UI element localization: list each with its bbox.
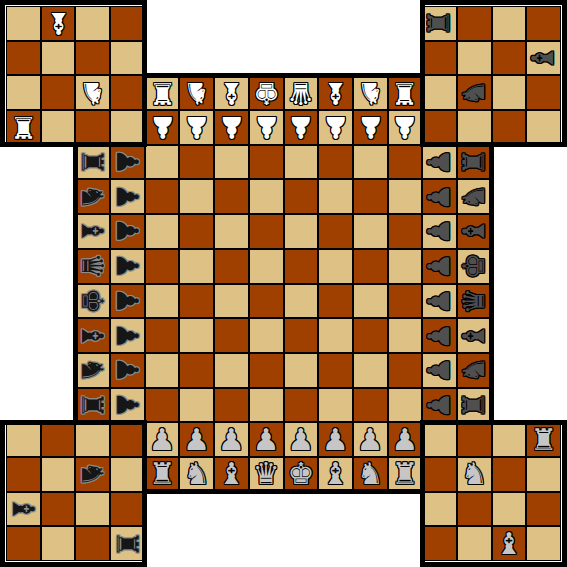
square-r10c11-cross[interactable] bbox=[388, 353, 423, 388]
square-r3c12-corner-tr[interactable] bbox=[422, 110, 457, 145]
square-r15c1-corner-bl[interactable] bbox=[41, 526, 76, 561]
piece-black-pawn[interactable]: ♟ bbox=[112, 253, 142, 280]
square-r6c10-cross[interactable] bbox=[353, 214, 388, 249]
piece-white-knight[interactable]: ♞ bbox=[183, 78, 210, 108]
piece-silver-pawn[interactable]: ♟ bbox=[322, 425, 349, 455]
square-r11c12-cross[interactable]: ♟ bbox=[422, 388, 457, 423]
piece-gray-king[interactable]: ♚ bbox=[459, 253, 489, 280]
square-r8c12-cross[interactable]: ♟ bbox=[422, 284, 457, 319]
square-r3c3-corner-tl[interactable] bbox=[110, 110, 145, 145]
piece-silver-pawn[interactable]: ♟ bbox=[357, 425, 384, 455]
square-r11c9-cross[interactable] bbox=[318, 388, 353, 423]
piece-silver-knight[interactable]: ♞ bbox=[461, 459, 488, 489]
square-r10c4-cross[interactable] bbox=[145, 353, 180, 388]
square-r12c2-corner-bl[interactable] bbox=[75, 422, 110, 457]
piece-white-bishop[interactable]: ♝ bbox=[322, 78, 349, 108]
square-r4c7-cross[interactable] bbox=[249, 145, 284, 180]
square-r7c8-cross[interactable] bbox=[284, 249, 319, 284]
square-r3c10-cross[interactable]: ♟ bbox=[353, 110, 388, 145]
square-r1c3-corner-tl[interactable] bbox=[110, 41, 145, 76]
piece-silver-king[interactable]: ♚ bbox=[287, 459, 314, 489]
piece-silver-bishop[interactable]: ♝ bbox=[218, 459, 245, 489]
piece-black-pawn[interactable]: ♟ bbox=[112, 357, 142, 384]
square-r2c3-corner-tl[interactable] bbox=[110, 75, 145, 110]
square-r8c13-cross[interactable]: ♛ bbox=[457, 284, 492, 319]
square-r3c11-cross[interactable]: ♟ bbox=[388, 110, 423, 145]
square-r10c10-cross[interactable] bbox=[353, 353, 388, 388]
square-r3c6-cross[interactable]: ♟ bbox=[214, 110, 249, 145]
square-r9c12-cross[interactable]: ♟ bbox=[422, 318, 457, 353]
square-r4c12-cross[interactable]: ♟ bbox=[422, 145, 457, 180]
square-r13c1-corner-bl[interactable] bbox=[41, 457, 76, 492]
square-r7c10-cross[interactable] bbox=[353, 249, 388, 284]
square-r10c12-cross[interactable]: ♟ bbox=[422, 353, 457, 388]
square-r5c6-cross[interactable] bbox=[214, 179, 249, 214]
piece-black-pawn[interactable]: ♟ bbox=[112, 149, 142, 176]
piece-white-knight[interactable]: ♞ bbox=[357, 78, 384, 108]
square-r1c2-corner-tl[interactable] bbox=[75, 41, 110, 76]
square-r8c6-cross[interactable] bbox=[214, 284, 249, 319]
square-r7c5-cross[interactable] bbox=[179, 249, 214, 284]
piece-silver-pawn[interactable]: ♟ bbox=[218, 425, 245, 455]
piece-silver-pawn[interactable]: ♟ bbox=[183, 425, 210, 455]
piece-silver-knight[interactable]: ♞ bbox=[183, 459, 210, 489]
square-r12c14-corner-br[interactable] bbox=[492, 422, 527, 457]
piece-black-rook[interactable]: ♜ bbox=[78, 391, 108, 418]
piece-gray-queen[interactable]: ♛ bbox=[459, 287, 489, 314]
piece-black-king[interactable]: ♚ bbox=[78, 287, 108, 314]
square-r3c0-corner-tl[interactable]: ♜ bbox=[6, 110, 41, 145]
square-r13c4-cross[interactable]: ♜ bbox=[145, 457, 180, 492]
square-r15c0-corner-bl[interactable] bbox=[6, 526, 41, 561]
piece-white-pawn[interactable]: ♟ bbox=[287, 112, 314, 142]
square-r15c14-corner-br[interactable]: ♝ bbox=[492, 526, 527, 561]
square-r3c7-cross[interactable]: ♟ bbox=[249, 110, 284, 145]
piece-gray-pawn[interactable]: ♟ bbox=[425, 218, 455, 245]
square-r3c8-cross[interactable]: ♟ bbox=[284, 110, 319, 145]
square-r12c8-cross[interactable]: ♟ bbox=[284, 422, 319, 457]
square-r12c12-corner-br[interactable] bbox=[422, 422, 457, 457]
square-r13c6-cross[interactable]: ♝ bbox=[214, 457, 249, 492]
square-r11c8-cross[interactable] bbox=[284, 388, 319, 423]
square-r2c11-cross[interactable]: ♜ bbox=[388, 75, 423, 110]
square-r10c6-cross[interactable] bbox=[214, 353, 249, 388]
board-border-segment bbox=[420, 142, 567, 147]
square-r6c12-cross[interactable]: ♟ bbox=[422, 214, 457, 249]
square-r12c11-cross[interactable]: ♟ bbox=[388, 422, 423, 457]
square-r14c15-corner-br[interactable] bbox=[526, 492, 561, 527]
square-r5c3-cross[interactable]: ♟ bbox=[110, 179, 145, 214]
piece-white-pawn[interactable]: ♟ bbox=[183, 112, 210, 142]
square-r9c9-cross[interactable] bbox=[318, 318, 353, 353]
square-r13c12-corner-br[interactable] bbox=[422, 457, 457, 492]
square-r14c0-corner-bl[interactable]: ♝ bbox=[6, 492, 41, 527]
square-r11c13-cross[interactable]: ♜ bbox=[457, 388, 492, 423]
square-r6c5-cross[interactable] bbox=[179, 214, 214, 249]
piece-black-pawn[interactable]: ♟ bbox=[112, 391, 142, 418]
square-r3c2-corner-tl[interactable] bbox=[75, 110, 110, 145]
square-r15c2-corner-bl[interactable] bbox=[75, 526, 110, 561]
square-r0c3-corner-tl[interactable] bbox=[110, 6, 145, 41]
square-r6c13-cross[interactable]: ♝ bbox=[457, 214, 492, 249]
square-r13c15-corner-br[interactable] bbox=[526, 457, 561, 492]
square-r13c7-cross[interactable]: ♛ bbox=[249, 457, 284, 492]
square-r8c10-cross[interactable] bbox=[353, 284, 388, 319]
square-r13c3-corner-bl[interactable] bbox=[110, 457, 145, 492]
square-r0c0-corner-tl[interactable] bbox=[6, 6, 41, 41]
square-r13c8-cross[interactable]: ♚ bbox=[284, 457, 319, 492]
square-r12c3-corner-bl[interactable] bbox=[110, 422, 145, 457]
board-border-segment bbox=[0, 562, 147, 567]
square-r5c13-cross[interactable]: ♞ bbox=[457, 179, 492, 214]
square-r2c5-cross[interactable]: ♞ bbox=[179, 75, 214, 110]
piece-silver-rook[interactable]: ♜ bbox=[391, 459, 418, 489]
square-r9c8-cross[interactable] bbox=[284, 318, 319, 353]
square-r11c3-cross[interactable]: ♟ bbox=[110, 388, 145, 423]
piece-gray-pawn[interactable]: ♟ bbox=[425, 357, 455, 384]
square-r3c14-corner-tr[interactable] bbox=[492, 110, 527, 145]
piece-gray-rook[interactable]: ♜ bbox=[459, 149, 489, 176]
piece-gray-pawn[interactable]: ♟ bbox=[425, 322, 455, 349]
piece-gray-pawn[interactable]: ♟ bbox=[425, 287, 455, 314]
square-r2c10-cross[interactable]: ♞ bbox=[353, 75, 388, 110]
piece-gray-pawn[interactable]: ♟ bbox=[425, 391, 455, 418]
piece-black-pawn[interactable]: ♟ bbox=[112, 183, 142, 210]
square-r8c11-cross[interactable] bbox=[388, 284, 423, 319]
piece-gray-bishop[interactable]: ♝ bbox=[459, 322, 489, 349]
square-r14c13-corner-br[interactable] bbox=[457, 492, 492, 527]
square-r4c13-cross[interactable]: ♜ bbox=[457, 145, 492, 180]
piece-white-rook[interactable]: ♜ bbox=[391, 78, 418, 108]
square-r4c2-cross[interactable]: ♜ bbox=[75, 145, 110, 180]
square-r5c12-cross[interactable]: ♟ bbox=[422, 179, 457, 214]
square-r10c7-cross[interactable] bbox=[249, 353, 284, 388]
board-border-segment bbox=[0, 0, 147, 5]
piece-white-pawn[interactable]: ♟ bbox=[391, 112, 418, 142]
square-r8c4-cross[interactable] bbox=[145, 284, 180, 319]
piece-silver-bishop[interactable]: ♝ bbox=[322, 459, 349, 489]
square-r13c9-cross[interactable]: ♝ bbox=[318, 457, 353, 492]
square-r9c2-cross[interactable]: ♝ bbox=[75, 318, 110, 353]
board-border-segment bbox=[0, 420, 5, 567]
square-r7c2-cross[interactable]: ♛ bbox=[75, 249, 110, 284]
square-r9c10-cross[interactable] bbox=[353, 318, 388, 353]
square-r2c12-corner-tr[interactable] bbox=[422, 75, 457, 110]
square-r11c10-cross[interactable] bbox=[353, 388, 388, 423]
square-r4c11-cross[interactable] bbox=[388, 145, 423, 180]
piece-silver-pawn[interactable]: ♟ bbox=[149, 425, 176, 455]
square-r2c7-cross[interactable]: ♚ bbox=[249, 75, 284, 110]
square-r2c15-corner-tr[interactable] bbox=[526, 75, 561, 110]
square-r13c0-corner-bl[interactable] bbox=[6, 457, 41, 492]
piece-silver-rook[interactable]: ♜ bbox=[149, 459, 176, 489]
piece-silver-bishop[interactable]: ♝ bbox=[496, 529, 523, 559]
board-border-segment bbox=[420, 0, 567, 5]
four-player-chess-board: ♝♜♝♞♜♞♝♚♛♝♞♜♞♜♟♟♟♟♟♟♟♟♜♟♟♜♞♟♟♞♝♟♟♝♛♟♟♚♚♟… bbox=[0, 0, 567, 567]
square-r8c8-cross[interactable] bbox=[284, 284, 319, 319]
piece-black-pawn[interactable]: ♟ bbox=[112, 322, 142, 349]
square-r11c5-cross[interactable] bbox=[179, 388, 214, 423]
square-r7c12-cross[interactable]: ♟ bbox=[422, 249, 457, 284]
square-r13c11-cross[interactable]: ♜ bbox=[388, 457, 423, 492]
square-r4c9-cross[interactable] bbox=[318, 145, 353, 180]
square-r2c8-cross[interactable]: ♛ bbox=[284, 75, 319, 110]
square-r6c8-cross[interactable] bbox=[284, 214, 319, 249]
piece-black-queen[interactable]: ♛ bbox=[78, 253, 108, 280]
square-r2c13-corner-tr[interactable]: ♞ bbox=[457, 75, 492, 110]
square-r2c4-cross[interactable]: ♜ bbox=[145, 75, 180, 110]
square-r11c2-cross[interactable]: ♜ bbox=[75, 388, 110, 423]
square-r5c10-cross[interactable] bbox=[353, 179, 388, 214]
square-r9c5-cross[interactable] bbox=[179, 318, 214, 353]
square-r13c5-cross[interactable]: ♞ bbox=[179, 457, 214, 492]
square-r9c6-cross[interactable] bbox=[214, 318, 249, 353]
board-border-segment bbox=[562, 0, 567, 147]
piece-gray-pawn[interactable]: ♟ bbox=[425, 183, 455, 210]
square-r8c9-cross[interactable] bbox=[318, 284, 353, 319]
square-r10c2-cross[interactable]: ♞ bbox=[75, 353, 110, 388]
square-r7c7-cross[interactable] bbox=[249, 249, 284, 284]
square-r11c7-cross[interactable] bbox=[249, 388, 284, 423]
piece-white-rook[interactable]: ♜ bbox=[149, 78, 176, 108]
board-border-segment bbox=[0, 0, 5, 147]
square-r9c11-cross[interactable] bbox=[388, 318, 423, 353]
square-r14c2-corner-bl[interactable] bbox=[75, 492, 110, 527]
square-r12c4-cross[interactable]: ♟ bbox=[145, 422, 180, 457]
piece-white-queen[interactable]: ♛ bbox=[287, 78, 314, 108]
square-r0c1-corner-tl[interactable]: ♝ bbox=[41, 6, 76, 41]
piece-silver-knight[interactable]: ♞ bbox=[357, 459, 384, 489]
square-r2c6-cross[interactable]: ♝ bbox=[214, 75, 249, 110]
square-r6c4-cross[interactable] bbox=[145, 214, 180, 249]
square-r12c15-corner-br[interactable]: ♜ bbox=[526, 422, 561, 457]
square-r7c11-cross[interactable] bbox=[388, 249, 423, 284]
piece-gray-pawn[interactable]: ♟ bbox=[425, 149, 455, 176]
square-r15c12-corner-br[interactable] bbox=[422, 526, 457, 561]
piece-white-bishop[interactable]: ♝ bbox=[45, 8, 72, 38]
square-r13c13-corner-br[interactable]: ♞ bbox=[457, 457, 492, 492]
piece-white-pawn[interactable]: ♟ bbox=[322, 112, 349, 142]
square-r0c13-corner-tr[interactable] bbox=[457, 6, 492, 41]
square-r14c12-corner-br[interactable] bbox=[422, 492, 457, 527]
piece-black-rook[interactable]: ♜ bbox=[112, 530, 142, 557]
square-r4c10-cross[interactable] bbox=[353, 145, 388, 180]
square-r0c14-corner-tr[interactable] bbox=[492, 6, 527, 41]
square-r8c7-cross[interactable] bbox=[249, 284, 284, 319]
square-r3c15-corner-tr[interactable] bbox=[526, 110, 561, 145]
square-r8c3-cross[interactable]: ♟ bbox=[110, 284, 145, 319]
square-r0c15-corner-tr[interactable] bbox=[526, 6, 561, 41]
piece-white-pawn[interactable]: ♟ bbox=[357, 112, 384, 142]
piece-silver-queen[interactable]: ♛ bbox=[253, 459, 280, 489]
piece-black-bishop[interactable]: ♝ bbox=[78, 218, 108, 245]
piece-black-pawn[interactable]: ♟ bbox=[112, 218, 142, 245]
square-r11c11-cross[interactable] bbox=[388, 388, 423, 423]
square-r5c7-cross[interactable] bbox=[249, 179, 284, 214]
piece-gray-knight[interactable]: ♞ bbox=[459, 79, 489, 106]
square-r2c2-corner-tl[interactable]: ♞ bbox=[75, 75, 110, 110]
square-r6c6-cross[interactable] bbox=[214, 214, 249, 249]
square-r3c13-corner-tr[interactable] bbox=[457, 110, 492, 145]
square-r13c10-cross[interactable]: ♞ bbox=[353, 457, 388, 492]
board-border-segment bbox=[142, 0, 147, 147]
square-r3c4-cross[interactable]: ♟ bbox=[145, 110, 180, 145]
square-r0c2-corner-tl[interactable] bbox=[75, 6, 110, 41]
piece-gray-pawn[interactable]: ♟ bbox=[425, 253, 455, 280]
square-r6c9-cross[interactable] bbox=[318, 214, 353, 249]
square-r10c5-cross[interactable] bbox=[179, 353, 214, 388]
piece-white-pawn[interactable]: ♟ bbox=[253, 112, 280, 142]
square-r1c0-corner-tl[interactable] bbox=[6, 41, 41, 76]
square-r4c5-cross[interactable] bbox=[179, 145, 214, 180]
square-r7c3-cross[interactable]: ♟ bbox=[110, 249, 145, 284]
square-r7c9-cross[interactable] bbox=[318, 249, 353, 284]
piece-gray-knight[interactable]: ♞ bbox=[459, 357, 489, 384]
piece-white-pawn[interactable]: ♟ bbox=[149, 112, 176, 142]
square-r6c7-cross[interactable] bbox=[249, 214, 284, 249]
square-r8c5-cross[interactable] bbox=[179, 284, 214, 319]
board-border-segment bbox=[420, 420, 425, 567]
square-r2c1-corner-tl[interactable] bbox=[41, 75, 76, 110]
square-r2c0-corner-tl[interactable] bbox=[6, 75, 41, 110]
piece-black-bishop[interactable]: ♝ bbox=[78, 322, 108, 349]
piece-gray-rook[interactable]: ♜ bbox=[459, 391, 489, 418]
square-r2c9-cross[interactable]: ♝ bbox=[318, 75, 353, 110]
square-r12c9-cross[interactable]: ♟ bbox=[318, 422, 353, 457]
square-r10c9-cross[interactable] bbox=[318, 353, 353, 388]
square-r2c14-corner-tr[interactable] bbox=[492, 75, 527, 110]
square-r12c6-cross[interactable]: ♟ bbox=[214, 422, 249, 457]
board-border-segment bbox=[0, 420, 147, 425]
square-r9c7-cross[interactable] bbox=[249, 318, 284, 353]
piece-gray-rook[interactable]: ♜ bbox=[425, 10, 455, 37]
piece-silver-rook[interactable]: ♜ bbox=[530, 425, 557, 455]
square-r5c4-cross[interactable] bbox=[145, 179, 180, 214]
board-border-segment bbox=[562, 420, 567, 567]
square-r9c13-cross[interactable]: ♝ bbox=[457, 318, 492, 353]
square-r14c3-corner-bl[interactable] bbox=[110, 492, 145, 527]
square-r12c13-corner-br[interactable] bbox=[457, 422, 492, 457]
square-r12c5-cross[interactable]: ♟ bbox=[179, 422, 214, 457]
piece-black-pawn[interactable]: ♟ bbox=[112, 287, 142, 314]
piece-black-knight[interactable]: ♞ bbox=[78, 357, 108, 384]
square-r3c5-cross[interactable]: ♟ bbox=[179, 110, 214, 145]
square-r15c3-corner-bl[interactable]: ♜ bbox=[110, 526, 145, 561]
square-r7c4-cross[interactable] bbox=[145, 249, 180, 284]
square-r3c1-corner-tl[interactable] bbox=[41, 110, 76, 145]
square-r12c1-corner-bl[interactable] bbox=[41, 422, 76, 457]
piece-gray-bishop[interactable]: ♝ bbox=[529, 45, 559, 72]
square-r14c14-corner-br[interactable] bbox=[492, 492, 527, 527]
piece-silver-pawn[interactable]: ♟ bbox=[391, 425, 418, 455]
square-r6c11-cross[interactable] bbox=[388, 214, 423, 249]
square-r10c8-cross[interactable] bbox=[284, 353, 319, 388]
board-border-segment bbox=[420, 562, 567, 567]
square-r10c3-cross[interactable]: ♟ bbox=[110, 353, 145, 388]
square-r12c10-cross[interactable]: ♟ bbox=[353, 422, 388, 457]
square-r5c11-cross[interactable] bbox=[388, 179, 423, 214]
piece-black-knight[interactable]: ♞ bbox=[78, 183, 108, 210]
square-r8c2-cross[interactable]: ♚ bbox=[75, 284, 110, 319]
square-r5c8-cross[interactable] bbox=[284, 179, 319, 214]
square-r7c13-cross[interactable]: ♚ bbox=[457, 249, 492, 284]
square-r1c1-corner-tl[interactable] bbox=[41, 41, 76, 76]
piece-silver-pawn[interactable]: ♟ bbox=[287, 425, 314, 455]
square-r6c3-cross[interactable]: ♟ bbox=[110, 214, 145, 249]
square-r4c8-cross[interactable] bbox=[284, 145, 319, 180]
square-r11c6-cross[interactable] bbox=[214, 388, 249, 423]
piece-white-bishop[interactable]: ♝ bbox=[218, 78, 245, 108]
square-r10c13-cross[interactable]: ♞ bbox=[457, 353, 492, 388]
square-r1c12-corner-tr[interactable] bbox=[422, 41, 457, 76]
piece-white-pawn[interactable]: ♟ bbox=[218, 112, 245, 142]
square-r5c5-cross[interactable] bbox=[179, 179, 214, 214]
square-r4c3-cross[interactable]: ♟ bbox=[110, 145, 145, 180]
square-r12c0-corner-bl[interactable] bbox=[6, 422, 41, 457]
square-r13c14-corner-br[interactable] bbox=[492, 457, 527, 492]
square-r9c3-cross[interactable]: ♟ bbox=[110, 318, 145, 353]
piece-black-bishop[interactable]: ♝ bbox=[8, 496, 38, 523]
square-r1c13-corner-tr[interactable] bbox=[457, 41, 492, 76]
square-r15c13-corner-br[interactable] bbox=[457, 526, 492, 561]
piece-white-rook[interactable]: ♜ bbox=[10, 112, 37, 142]
square-r4c4-cross[interactable] bbox=[145, 145, 180, 180]
square-r6c2-cross[interactable]: ♝ bbox=[75, 214, 110, 249]
square-r13c2-corner-bl[interactable]: ♞ bbox=[75, 457, 110, 492]
square-r0c12-corner-tr[interactable]: ♜ bbox=[422, 6, 457, 41]
square-r7c6-cross[interactable] bbox=[214, 249, 249, 284]
square-r12c7-cross[interactable]: ♟ bbox=[249, 422, 284, 457]
square-r9c4-cross[interactable] bbox=[145, 318, 180, 353]
piece-white-knight[interactable]: ♞ bbox=[79, 78, 106, 108]
square-r1c15-corner-tr[interactable]: ♝ bbox=[526, 41, 561, 76]
piece-black-rook[interactable]: ♜ bbox=[78, 149, 108, 176]
square-r1c14-corner-tr[interactable] bbox=[492, 41, 527, 76]
square-r3c9-cross[interactable]: ♟ bbox=[318, 110, 353, 145]
square-r5c9-cross[interactable] bbox=[318, 179, 353, 214]
piece-gray-knight[interactable]: ♞ bbox=[459, 183, 489, 210]
square-r5c2-cross[interactable]: ♞ bbox=[75, 179, 110, 214]
piece-white-king[interactable]: ♚ bbox=[253, 78, 280, 108]
square-r11c4-cross[interactable] bbox=[145, 388, 180, 423]
square-r14c1-corner-bl[interactable] bbox=[41, 492, 76, 527]
square-r4c6-cross[interactable] bbox=[214, 145, 249, 180]
piece-black-knight[interactable]: ♞ bbox=[78, 461, 108, 488]
piece-silver-pawn[interactable]: ♟ bbox=[253, 425, 280, 455]
square-r15c15-corner-br[interactable] bbox=[526, 526, 561, 561]
piece-gray-bishop[interactable]: ♝ bbox=[459, 218, 489, 245]
